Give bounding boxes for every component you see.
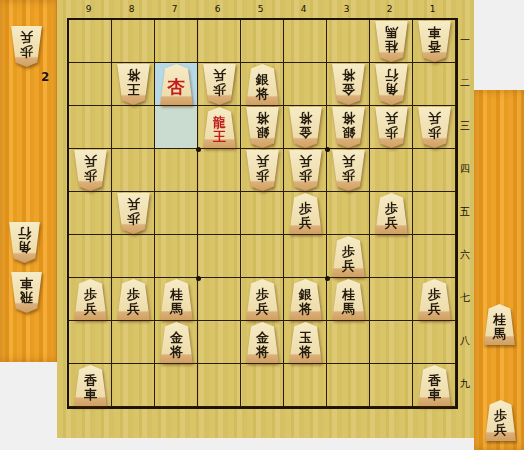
piece-kanji: 歩 — [256, 288, 269, 302]
piece-34-fuhyo[interactable]: 歩兵 — [330, 150, 367, 191]
piece-kanji: 将 — [256, 112, 269, 126]
square-59[interactable] — [241, 364, 284, 407]
piece-kanji: 行 — [18, 227, 31, 241]
piece-kanji: 兵 — [299, 216, 312, 230]
square-95[interactable] — [69, 192, 112, 235]
square-98[interactable] — [69, 321, 112, 364]
piece-kanji: 兵 — [20, 31, 33, 45]
piece-kanji: 王 — [213, 130, 226, 144]
piece-37-keima[interactable]: 桂馬 — [330, 279, 367, 320]
piece-kanji: 兵 — [342, 259, 355, 273]
piece-45-fuhyo[interactable]: 歩兵 — [287, 193, 324, 234]
square-14[interactable] — [413, 149, 456, 192]
row-label-2: 二 — [458, 76, 472, 90]
piece-kanji: 車 — [84, 388, 97, 402]
piece-58-kinsho[interactable]: 金将 — [244, 322, 281, 363]
piece-kanji: 将 — [170, 345, 183, 359]
piece-82-osho[interactable]: 王将 — [115, 64, 152, 105]
sente-hand-tray: 桂馬歩兵 — [474, 90, 524, 450]
piece-kanji: 金 — [256, 331, 269, 345]
piece-kanji: 角 — [18, 241, 31, 255]
piece-kanji: 香 — [428, 374, 441, 388]
hand-gote-fuhyo[interactable]: 歩兵 — [9, 26, 44, 67]
piece-78-kinsho[interactable]: 金将 — [158, 322, 195, 363]
square-88[interactable] — [112, 321, 155, 364]
piece-13-fuhyo[interactable]: 歩兵 — [416, 107, 453, 148]
hand-sente-fuhyo[interactable]: 歩兵 — [483, 400, 518, 441]
piece-kanji: 車 — [428, 26, 441, 40]
piece-kanji: 飛 — [20, 291, 33, 305]
square-76[interactable] — [155, 235, 198, 278]
square-41[interactable] — [284, 20, 327, 63]
piece-52-ginsho[interactable]: 銀将 — [244, 64, 281, 105]
column-label-5: 5 — [239, 3, 282, 15]
piece-kanji: 将 — [127, 69, 140, 83]
piece-kanji: 兵 — [84, 302, 97, 316]
piece-19-kyosha[interactable]: 香車 — [416, 365, 453, 406]
square-31[interactable] — [327, 20, 370, 63]
square-49[interactable] — [284, 364, 327, 407]
piece-kanji: 将 — [256, 345, 269, 359]
piece-23-fuhyo[interactable]: 歩兵 — [373, 107, 410, 148]
square-79[interactable] — [155, 364, 198, 407]
piece-kanji: 馬 — [493, 327, 506, 341]
piece-kanji: 銀 — [299, 288, 312, 302]
piece-kanji: 兵 — [127, 198, 140, 212]
square-71[interactable] — [155, 20, 198, 63]
piece-kanji: 兵 — [385, 216, 398, 230]
square-83[interactable] — [112, 106, 155, 149]
row-label-6: 六 — [458, 248, 472, 262]
square-96[interactable] — [69, 235, 112, 278]
shogi-app: 歩兵2角行飛車 桂馬香車王将杏歩兵銀将金将角行龍王銀将金将銀将歩兵歩兵歩兵歩兵歩… — [0, 0, 524, 450]
row-label-7: 七 — [458, 291, 472, 305]
column-label-1: 1 — [411, 3, 454, 15]
column-label-8: 8 — [110, 3, 153, 15]
piece-kanji: 桂 — [170, 288, 183, 302]
piece-44-fuhyo[interactable]: 歩兵 — [287, 150, 324, 191]
column-label-2: 2 — [368, 3, 411, 15]
piece-kanji: 馬 — [342, 302, 355, 316]
square-73[interactable] — [155, 106, 198, 149]
piece-kanji: 歩 — [385, 126, 398, 140]
piece-kanji: 金 — [170, 331, 183, 345]
square-18[interactable] — [413, 321, 456, 364]
piece-kanji: 龍 — [213, 116, 226, 130]
piece-63-ryuo[interactable]: 龍王 — [201, 107, 238, 148]
piece-kanji: 歩 — [20, 45, 33, 59]
star-point — [325, 276, 330, 281]
square-68[interactable] — [198, 321, 241, 364]
column-label-7: 7 — [153, 3, 196, 15]
piece-kanji: 角 — [385, 83, 398, 97]
square-92[interactable] — [69, 63, 112, 106]
row-label-1: 一 — [458, 33, 472, 47]
piece-kanji: 王 — [127, 83, 140, 97]
piece-kanji: 将 — [342, 69, 355, 83]
square-35[interactable] — [327, 192, 370, 235]
piece-kanji: 香 — [428, 40, 441, 54]
column-label-9: 9 — [67, 3, 110, 15]
piece-kanji: 玉 — [299, 331, 312, 345]
piece-kanji: 車 — [20, 277, 33, 291]
piece-99-kyosha[interactable]: 香車 — [72, 365, 109, 406]
square-46[interactable] — [284, 235, 327, 278]
square-55[interactable] — [241, 192, 284, 235]
piece-kanji: 兵 — [213, 69, 226, 83]
piece-87-fuhyo[interactable]: 歩兵 — [115, 279, 152, 320]
square-64[interactable] — [198, 149, 241, 192]
piece-57-fuhyo[interactable]: 歩兵 — [244, 279, 281, 320]
piece-kanji: 歩 — [84, 169, 97, 183]
square-66[interactable] — [198, 235, 241, 278]
piece-kanji: 将 — [299, 302, 312, 316]
piece-kanji: 歩 — [256, 169, 269, 183]
piece-97-fuhyo[interactable]: 歩兵 — [72, 279, 109, 320]
piece-47-ginsho[interactable]: 銀将 — [287, 279, 324, 320]
square-93[interactable] — [69, 106, 112, 149]
row-label-9: 九 — [458, 377, 472, 391]
piece-kanji: 銀 — [342, 126, 355, 140]
piece-32-kinsho[interactable]: 金将 — [330, 64, 367, 105]
square-91[interactable] — [69, 20, 112, 63]
square-26[interactable] — [370, 235, 413, 278]
square-81[interactable] — [112, 20, 155, 63]
row-label-5: 五 — [458, 205, 472, 219]
piece-kanji: 兵 — [494, 423, 507, 437]
square-51[interactable] — [241, 20, 284, 63]
piece-kanji: 兵 — [342, 155, 355, 169]
piece-48-gyokusho[interactable]: 玉将 — [287, 322, 324, 363]
square-61[interactable] — [198, 20, 241, 63]
piece-kanji: 香 — [84, 374, 97, 388]
square-56[interactable] — [241, 235, 284, 278]
piece-kanji: 将 — [299, 345, 312, 359]
hand-gote-kakugyo[interactable]: 角行 — [7, 222, 42, 263]
square-65[interactable] — [198, 192, 241, 235]
piece-kanji: 馬 — [170, 302, 183, 316]
piece-53-ginsho[interactable]: 銀将 — [244, 107, 281, 148]
hand-gote-fuhyo-count: 2 — [41, 70, 49, 84]
row-label-3: 三 — [458, 119, 472, 133]
square-84[interactable] — [112, 149, 155, 192]
board-grid[interactable]: 桂馬香車王将杏歩兵銀将金将角行龍王銀将金将銀将歩兵歩兵歩兵歩兵歩兵歩兵歩兵歩兵歩… — [67, 18, 458, 409]
piece-kanji: 兵 — [428, 112, 441, 126]
piece-kanji: 金 — [299, 126, 312, 140]
square-67[interactable] — [198, 278, 241, 321]
piece-kanji: 歩 — [428, 126, 441, 140]
piece-kanji: 歩 — [342, 169, 355, 183]
square-39[interactable] — [327, 364, 370, 407]
square-74[interactable] — [155, 149, 198, 192]
piece-kanji: 将 — [256, 87, 269, 101]
piece-kanji: 金 — [342, 83, 355, 97]
square-28[interactable] — [370, 321, 413, 364]
piece-85-fuhyo[interactable]: 歩兵 — [115, 193, 152, 234]
piece-kanji: 杏 — [168, 78, 186, 96]
board-panel: 桂馬香車王将杏歩兵銀将金将角行龍王銀将金将銀将歩兵歩兵歩兵歩兵歩兵歩兵歩兵歩兵歩… — [57, 0, 474, 438]
piece-94-fuhyo[interactable]: 歩兵 — [72, 150, 109, 191]
piece-kanji: 歩 — [494, 409, 507, 423]
piece-17-fuhyo[interactable]: 歩兵 — [416, 279, 453, 320]
piece-kanji: 歩 — [299, 202, 312, 216]
piece-kanji: 歩 — [127, 288, 140, 302]
piece-11-kyosha[interactable]: 香車 — [416, 21, 453, 62]
piece-kanji: 車 — [428, 388, 441, 402]
column-label-4: 4 — [282, 3, 325, 15]
square-29[interactable] — [370, 364, 413, 407]
piece-kanji: 歩 — [299, 169, 312, 183]
piece-kanji: 桂 — [342, 288, 355, 302]
square-15[interactable] — [413, 192, 456, 235]
column-label-6: 6 — [196, 3, 239, 15]
piece-kanji: 銀 — [256, 73, 269, 87]
hand-gote-hisha[interactable]: 飛車 — [9, 272, 44, 313]
square-24[interactable] — [370, 149, 413, 192]
row-label-4: 四 — [458, 162, 472, 176]
piece-kanji: 歩 — [342, 245, 355, 259]
piece-kanji: 歩 — [428, 288, 441, 302]
gote-hand-tray: 歩兵2角行飛車 — [0, 0, 57, 362]
piece-kanji: 将 — [342, 112, 355, 126]
square-69[interactable] — [198, 364, 241, 407]
star-point — [196, 147, 201, 152]
piece-kanji: 兵 — [256, 302, 269, 316]
square-38[interactable] — [327, 321, 370, 364]
column-label-3: 3 — [325, 3, 368, 15]
square-42[interactable] — [284, 63, 327, 106]
piece-kanji: 銀 — [256, 126, 269, 140]
piece-kanji: 馬 — [385, 26, 398, 40]
row-label-8: 八 — [458, 334, 472, 348]
piece-kanji: 桂 — [385, 40, 398, 54]
piece-25-fuhyo[interactable]: 歩兵 — [373, 193, 410, 234]
hand-sente-keima[interactable]: 桂馬 — [482, 304, 517, 345]
square-27[interactable] — [370, 278, 413, 321]
piece-kanji: 兵 — [84, 155, 97, 169]
piece-43-kinsho[interactable]: 金将 — [287, 107, 324, 148]
piece-33-ginsho[interactable]: 銀将 — [330, 107, 367, 148]
piece-22-kakugyo[interactable]: 角行 — [373, 64, 410, 105]
piece-kanji: 歩 — [84, 288, 97, 302]
piece-77-keima[interactable]: 桂馬 — [158, 279, 195, 320]
square-16[interactable] — [413, 235, 456, 278]
star-point — [196, 276, 201, 281]
piece-36-fuhyo[interactable]: 歩兵 — [330, 236, 367, 277]
piece-kanji: 兵 — [385, 112, 398, 126]
square-86[interactable] — [112, 235, 155, 278]
piece-kanji: 歩 — [213, 83, 226, 97]
piece-kanji: 歩 — [385, 202, 398, 216]
square-89[interactable] — [112, 364, 155, 407]
square-12[interactable] — [413, 63, 456, 106]
piece-54-fuhyo[interactable]: 歩兵 — [244, 150, 281, 191]
piece-kanji: 将 — [299, 112, 312, 126]
piece-kanji: 桂 — [493, 313, 506, 327]
square-75[interactable] — [155, 192, 198, 235]
piece-62-fuhyo[interactable]: 歩兵 — [201, 64, 238, 105]
piece-kanji: 行 — [385, 69, 398, 83]
piece-kanji: 兵 — [256, 155, 269, 169]
star-point — [325, 147, 330, 152]
piece-72-narikyo[interactable]: 杏 — [158, 64, 195, 105]
piece-kanji: 歩 — [127, 212, 140, 226]
piece-kanji: 兵 — [299, 155, 312, 169]
piece-21-keima[interactable]: 桂馬 — [373, 21, 410, 62]
piece-kanji: 兵 — [127, 302, 140, 316]
piece-kanji: 兵 — [428, 302, 441, 316]
